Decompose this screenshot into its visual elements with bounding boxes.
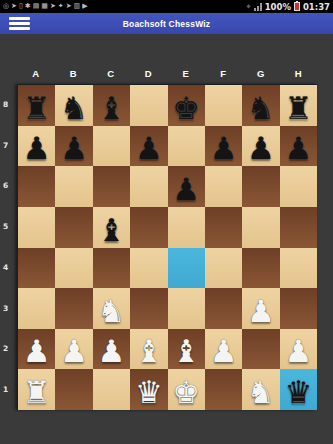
square-c2[interactable]: ♟	[93, 329, 130, 370]
square-h3[interactable]	[280, 288, 317, 329]
share2-icon: ➤	[66, 3, 72, 10]
square-e1[interactable]: ♚	[168, 369, 205, 410]
square-f3[interactable]	[205, 288, 242, 329]
square-b8[interactable]: ♞	[55, 85, 92, 126]
square-b4[interactable]	[55, 248, 92, 289]
square-g7[interactable]: ♟	[242, 126, 279, 167]
square-h7[interactable]: ♟	[280, 126, 317, 167]
app-title: Boachsoft ChessWiz	[0, 19, 333, 29]
white-pawn-c2[interactable]: ♟	[98, 333, 126, 369]
square-d8[interactable]	[130, 85, 167, 126]
black-pawn-f7[interactable]: ♟	[210, 130, 238, 166]
square-d5[interactable]	[130, 207, 167, 248]
square-h5[interactable]	[280, 207, 317, 248]
square-f8[interactable]	[205, 85, 242, 126]
black-queen-h1[interactable]: ♛	[284, 374, 312, 410]
black-pawn-g7[interactable]: ♟	[247, 130, 275, 166]
file-label-g: G	[242, 68, 280, 83]
white-pawn-b2[interactable]: ♟	[60, 333, 88, 369]
square-c1[interactable]	[93, 369, 130, 410]
square-h6[interactable]	[280, 166, 317, 207]
square-a1[interactable]: ♜	[18, 369, 55, 410]
star-icon: ✦	[58, 3, 64, 10]
rank-label-4: 4	[0, 247, 16, 288]
file-label-b: B	[55, 68, 93, 83]
rank-label-2: 2	[0, 329, 16, 370]
black-king-e8[interactable]: ♚	[172, 90, 200, 126]
square-g3[interactable]: ♟	[242, 288, 279, 329]
square-d6[interactable]	[130, 166, 167, 207]
rank-label-3: 3	[0, 288, 16, 329]
square-e3[interactable]	[168, 288, 205, 329]
square-g2[interactable]	[242, 329, 279, 370]
clock: 01:37	[303, 2, 330, 12]
file-labels: ABCDEFGH	[17, 68, 317, 83]
black-rook-a8[interactable]: ♜	[23, 90, 51, 126]
black-pawn-b7[interactable]: ♟	[60, 130, 88, 166]
mute-icon: ◎	[3, 3, 9, 10]
gear-icon: ✱	[25, 3, 31, 10]
square-d1[interactable]: ♛	[130, 369, 167, 410]
square-a2[interactable]: ♟	[18, 329, 55, 370]
square-f7[interactable]: ♟	[205, 126, 242, 167]
square-c7[interactable]	[93, 126, 130, 167]
file-label-a: A	[17, 68, 55, 83]
square-g6[interactable]	[242, 166, 279, 207]
white-knight-c3[interactable]: ♞	[98, 293, 126, 329]
white-pawn-a2[interactable]: ♟	[23, 333, 51, 369]
black-knight-g8[interactable]: ♞	[247, 90, 275, 126]
square-h8[interactable]: ♜	[280, 85, 317, 126]
white-bishop-d2[interactable]: ♝	[135, 333, 163, 369]
square-c4[interactable]	[93, 248, 130, 289]
white-pawn-g3[interactable]: ♟	[247, 293, 275, 329]
menu-icon[interactable]	[9, 17, 30, 30]
black-rook-h8[interactable]: ♜	[284, 90, 312, 126]
rank-label-7: 7	[0, 125, 16, 166]
square-h4[interactable]	[280, 248, 317, 289]
file-label-d: D	[130, 68, 168, 83]
square-c6[interactable]	[93, 166, 130, 207]
square-d3[interactable]	[130, 288, 167, 329]
square-e6[interactable]: ♟	[168, 166, 205, 207]
square-f1[interactable]	[205, 369, 242, 410]
sd-icon: ▥	[74, 3, 81, 10]
rank-label-1: 1	[0, 369, 16, 410]
square-b2[interactable]: ♟	[55, 329, 92, 370]
file-label-c: C	[92, 68, 130, 83]
white-bishop-e2[interactable]: ♝	[172, 333, 200, 369]
battery-app-icon: ▯	[19, 3, 23, 10]
square-f4[interactable]	[205, 248, 242, 289]
black-pawn-d7[interactable]: ♟	[135, 130, 163, 166]
system-status: ⌖ 100% 01:37	[246, 2, 330, 12]
square-a7[interactable]: ♟	[18, 126, 55, 167]
square-g4[interactable]	[242, 248, 279, 289]
square-c5[interactable]: ♝	[93, 207, 130, 248]
rank-label-8: 8	[0, 84, 16, 125]
square-c8[interactable]: ♝	[93, 85, 130, 126]
square-b7[interactable]: ♟	[55, 126, 92, 167]
white-king-e1[interactable]: ♚	[172, 374, 200, 410]
square-e4[interactable]	[168, 248, 205, 289]
file-label-e: E	[167, 68, 205, 83]
square-d4[interactable]	[130, 248, 167, 289]
message-icon: ▤	[33, 3, 40, 10]
square-g8[interactable]: ♞	[242, 85, 279, 126]
square-g5[interactable]	[242, 207, 279, 248]
square-b6[interactable]	[55, 166, 92, 207]
white-knight-g1[interactable]: ♞	[247, 374, 275, 410]
white-rook-a1[interactable]: ♜	[23, 374, 51, 410]
square-e8[interactable]: ♚	[168, 85, 205, 126]
black-pawn-e6[interactable]: ♟	[172, 171, 200, 207]
alarm-icon: ⌖	[246, 3, 251, 11]
white-pawn-h2[interactable]: ♟	[284, 333, 312, 369]
white-queen-d1[interactable]: ♛	[135, 374, 163, 410]
signal-icon	[254, 3, 262, 11]
square-a3[interactable]	[18, 288, 55, 329]
square-h2[interactable]: ♟	[280, 329, 317, 370]
rank-label-6: 6	[0, 166, 16, 207]
square-f6[interactable]	[205, 166, 242, 207]
square-a8[interactable]: ♜	[18, 85, 55, 126]
square-d2[interactable]: ♝	[130, 329, 167, 370]
square-b1[interactable]	[55, 369, 92, 410]
square-f2[interactable]: ♟	[205, 329, 242, 370]
square-h1[interactable]: ♛	[280, 369, 317, 410]
square-b5[interactable]	[55, 207, 92, 248]
square-a5[interactable]	[18, 207, 55, 248]
square-a4[interactable]	[18, 248, 55, 289]
square-f5[interactable]	[205, 207, 242, 248]
square-e5[interactable]	[168, 207, 205, 248]
file-label-f: F	[205, 68, 243, 83]
app-screen: ◎➤▯✱▤▦➤✦➤▥▶ ⌖ 100% 01:37 Boachsoft Chess…	[0, 0, 333, 444]
share-icon: ➤	[50, 3, 56, 10]
notification-icons: ◎➤▯✱▤▦➤✦➤▥▶	[3, 3, 246, 10]
battery-icon	[294, 2, 300, 11]
rank-label-5: 5	[0, 206, 16, 247]
square-e2[interactable]: ♝	[168, 329, 205, 370]
gallery-icon: ▦	[41, 3, 48, 10]
black-bishop-c5[interactable]: ♝	[98, 212, 126, 248]
arrow-icon: ➤	[11, 3, 17, 10]
square-a6[interactable]	[18, 166, 55, 207]
square-c3[interactable]: ♞	[93, 288, 130, 329]
status-bar: ◎➤▯✱▤▦➤✦➤▥▶ ⌖ 100% 01:37	[0, 0, 333, 13]
square-d7[interactable]: ♟	[130, 126, 167, 167]
black-pawn-h7[interactable]: ♟	[284, 130, 312, 166]
square-g1[interactable]: ♞	[242, 369, 279, 410]
battery-percent: 100%	[265, 2, 291, 12]
black-pawn-a7[interactable]: ♟	[23, 130, 51, 166]
chess-board: ♜♞♝♚♞♜♟♟♟♟♟♟♟♝♞♟♟♟♟♝♝♟♟♜♛♚♞♛	[17, 84, 317, 410]
file-label-h: H	[280, 68, 318, 83]
white-pawn-f2[interactable]: ♟	[210, 333, 238, 369]
square-b3[interactable]	[55, 288, 92, 329]
play-icon: ▶	[82, 3, 87, 10]
rank-labels: 87654321	[0, 84, 16, 410]
black-knight-b8[interactable]: ♞	[60, 90, 88, 126]
black-bishop-c8[interactable]: ♝	[98, 90, 126, 126]
title-bar: Boachsoft ChessWiz	[0, 13, 333, 34]
square-e7[interactable]	[168, 126, 205, 167]
